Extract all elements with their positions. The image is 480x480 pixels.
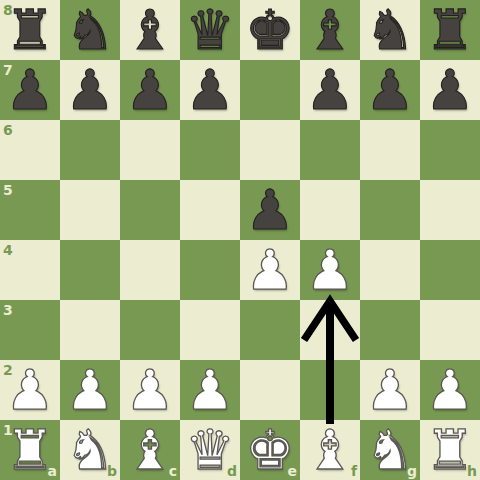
piece-white-knight[interactable]: ♞ [365, 420, 414, 480]
square-d2[interactable]: ♟ [180, 360, 240, 420]
square-b8[interactable]: ♞ [60, 0, 120, 60]
square-g7[interactable]: ♟ [360, 60, 420, 120]
square-e5[interactable]: ♟ [240, 180, 300, 240]
piece-white-pawn[interactable]: ♟ [65, 360, 114, 420]
rank-label: 5 [3, 183, 13, 197]
square-h4[interactable] [420, 240, 480, 300]
square-f5[interactable] [300, 180, 360, 240]
piece-black-knight[interactable]: ♞ [65, 0, 114, 60]
square-h8[interactable]: ♜ [420, 0, 480, 60]
square-a4[interactable]: 4 [0, 240, 60, 300]
square-g4[interactable] [360, 240, 420, 300]
square-h6[interactable] [420, 120, 480, 180]
square-a8[interactable]: 8♜ [0, 0, 60, 60]
piece-black-rook[interactable]: ♜ [425, 0, 474, 60]
square-h3[interactable] [420, 300, 480, 360]
square-f3[interactable] [300, 300, 360, 360]
square-a1[interactable]: 1a♜ [0, 420, 60, 480]
square-c6[interactable] [120, 120, 180, 180]
piece-black-rook[interactable]: ♜ [5, 0, 54, 60]
piece-black-pawn[interactable]: ♟ [5, 60, 54, 120]
square-b1[interactable]: b♞ [60, 420, 120, 480]
rank-label: 4 [3, 243, 13, 257]
square-g5[interactable] [360, 180, 420, 240]
rank-label: 3 [3, 303, 13, 317]
piece-white-pawn[interactable]: ♟ [425, 360, 474, 420]
square-g6[interactable] [360, 120, 420, 180]
piece-white-pawn[interactable]: ♟ [305, 240, 354, 300]
square-c2[interactable]: ♟ [120, 360, 180, 420]
square-h5[interactable] [420, 180, 480, 240]
square-g2[interactable]: ♟ [360, 360, 420, 420]
piece-white-pawn[interactable]: ♟ [125, 360, 174, 420]
piece-black-queen[interactable]: ♛ [185, 0, 234, 60]
piece-white-bishop[interactable]: ♝ [305, 420, 354, 480]
piece-black-pawn[interactable]: ♟ [425, 60, 474, 120]
square-b6[interactable] [60, 120, 120, 180]
piece-white-knight[interactable]: ♞ [65, 420, 114, 480]
square-g3[interactable] [360, 300, 420, 360]
square-b2[interactable]: ♟ [60, 360, 120, 420]
piece-white-bishop[interactable]: ♝ [125, 420, 174, 480]
square-e8[interactable]: ♚ [240, 0, 300, 60]
square-e1[interactable]: e♚ [240, 420, 300, 480]
square-h2[interactable]: ♟ [420, 360, 480, 420]
square-h7[interactable]: ♟ [420, 60, 480, 120]
square-a6[interactable]: 6 [0, 120, 60, 180]
square-d7[interactable]: ♟ [180, 60, 240, 120]
square-d3[interactable] [180, 300, 240, 360]
square-e6[interactable] [240, 120, 300, 180]
square-f2[interactable] [300, 360, 360, 420]
piece-white-pawn[interactable]: ♟ [185, 360, 234, 420]
piece-white-pawn[interactable]: ♟ [365, 360, 414, 420]
piece-black-king[interactable]: ♚ [245, 0, 294, 60]
piece-white-rook[interactable]: ♜ [5, 420, 54, 480]
square-e4[interactable]: ♟ [240, 240, 300, 300]
square-b3[interactable] [60, 300, 120, 360]
piece-black-bishop[interactable]: ♝ [125, 0, 174, 60]
piece-black-bishop[interactable]: ♝ [305, 0, 354, 60]
piece-white-king[interactable]: ♚ [245, 420, 294, 480]
piece-black-pawn[interactable]: ♟ [125, 60, 174, 120]
square-c5[interactable] [120, 180, 180, 240]
square-c1[interactable]: c♝ [120, 420, 180, 480]
square-c4[interactable] [120, 240, 180, 300]
chess-board: 8♜♞♝♛♚♝♞♜7♟♟♟♟♟♟♟65♟4♟♟32♟♟♟♟♟♟1a♜b♞c♝d♛… [0, 0, 480, 480]
square-f8[interactable]: ♝ [300, 0, 360, 60]
square-d6[interactable] [180, 120, 240, 180]
square-b7[interactable]: ♟ [60, 60, 120, 120]
square-h1[interactable]: h♜ [420, 420, 480, 480]
piece-white-pawn[interactable]: ♟ [5, 360, 54, 420]
square-c8[interactable]: ♝ [120, 0, 180, 60]
piece-black-pawn[interactable]: ♟ [305, 60, 354, 120]
piece-black-pawn[interactable]: ♟ [65, 60, 114, 120]
piece-white-queen[interactable]: ♛ [185, 420, 234, 480]
piece-black-pawn[interactable]: ♟ [365, 60, 414, 120]
square-e7[interactable] [240, 60, 300, 120]
square-c3[interactable] [120, 300, 180, 360]
square-e2[interactable] [240, 360, 300, 420]
piece-black-knight[interactable]: ♞ [365, 0, 414, 60]
square-b5[interactable] [60, 180, 120, 240]
square-g8[interactable]: ♞ [360, 0, 420, 60]
square-f7[interactable]: ♟ [300, 60, 360, 120]
square-d5[interactable] [180, 180, 240, 240]
square-a7[interactable]: 7♟ [0, 60, 60, 120]
square-a3[interactable]: 3 [0, 300, 60, 360]
square-a5[interactable]: 5 [0, 180, 60, 240]
square-c7[interactable]: ♟ [120, 60, 180, 120]
square-g1[interactable]: g♞ [360, 420, 420, 480]
board-squares: 8♜♞♝♛♚♝♞♜7♟♟♟♟♟♟♟65♟4♟♟32♟♟♟♟♟♟1a♜b♞c♝d♛… [0, 0, 480, 480]
square-f1[interactable]: f♝ [300, 420, 360, 480]
square-e3[interactable] [240, 300, 300, 360]
piece-white-rook[interactable]: ♜ [425, 420, 474, 480]
piece-black-pawn[interactable]: ♟ [245, 180, 294, 240]
square-a2[interactable]: 2♟ [0, 360, 60, 420]
piece-black-pawn[interactable]: ♟ [185, 60, 234, 120]
square-b4[interactable] [60, 240, 120, 300]
square-d4[interactable] [180, 240, 240, 300]
square-d1[interactable]: d♛ [180, 420, 240, 480]
square-f4[interactable]: ♟ [300, 240, 360, 300]
square-f6[interactable] [300, 120, 360, 180]
piece-white-pawn[interactable]: ♟ [245, 240, 294, 300]
square-d8[interactable]: ♛ [180, 0, 240, 60]
rank-label: 6 [3, 123, 13, 137]
